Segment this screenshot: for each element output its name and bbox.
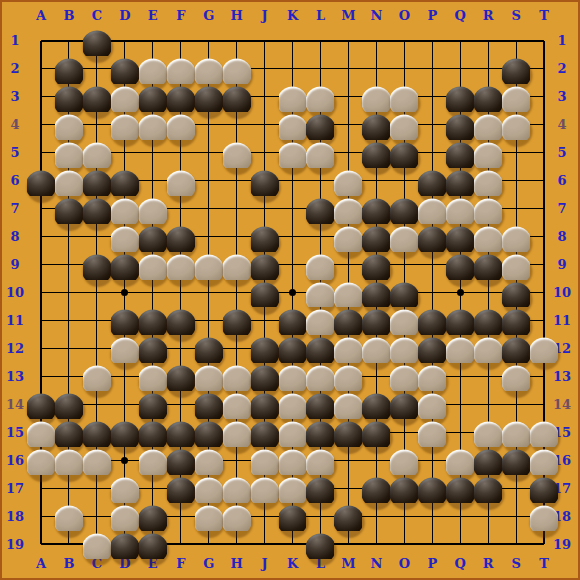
point-M18[interactable]: ●	[334, 502, 362, 530]
black-stone-M18: ●	[334, 503, 362, 531]
go-board: ●●●●●●●●●●●●●●●●●●●●●●●●●●●●●●●●●●●●●●●●…	[27, 27, 558, 558]
point-A11[interactable]	[27, 306, 55, 334]
black-stone-H3: ●	[223, 84, 251, 112]
point-J6[interactable]: ●	[251, 167, 279, 195]
point-S13[interactable]: ●	[502, 362, 530, 390]
col-label-O: O	[390, 6, 418, 24]
col-label-R: R	[474, 6, 502, 24]
col-label-M: M	[334, 6, 362, 24]
hoshi-K10	[289, 289, 296, 296]
row-label-8: 8	[551, 223, 573, 251]
col-label-P: P	[418, 6, 446, 24]
col-label-E: E	[139, 6, 167, 24]
col-label-G: G	[195, 553, 223, 573]
point-F6[interactable]: ●	[167, 167, 195, 195]
point-F4[interactable]: ●	[167, 111, 195, 139]
col-label-Q: Q	[446, 553, 474, 573]
row-label-8: 8	[4, 223, 26, 251]
row-label-9: 9	[4, 251, 26, 279]
col-label-N: N	[362, 553, 390, 573]
row-label-4: 4	[551, 111, 573, 139]
col-label-F: F	[167, 553, 195, 573]
col-label-J: J	[251, 553, 279, 573]
row-label-11: 11	[4, 307, 26, 335]
hoshi-Q10	[457, 289, 464, 296]
col-label-S: S	[502, 6, 530, 24]
point-K1[interactable]	[279, 27, 307, 55]
col-label-S: S	[502, 553, 530, 573]
hoshi-D10	[121, 289, 128, 296]
point-B11[interactable]	[55, 306, 83, 334]
col-label-N: N	[362, 6, 390, 24]
col-label-A: A	[27, 6, 55, 24]
point-P1[interactable]	[418, 27, 446, 55]
white-stone-H18: ●	[223, 503, 251, 531]
point-J1[interactable]	[251, 27, 279, 55]
black-stone-L19: ●	[306, 531, 334, 559]
col-label-D: D	[111, 6, 139, 24]
black-stone-J6: ●	[251, 168, 279, 196]
black-stone-R17: ●	[474, 475, 502, 503]
row-label-18: 18	[4, 502, 26, 530]
point-T18[interactable]: ●	[530, 502, 558, 530]
black-stone-E19: ●	[139, 531, 167, 559]
white-stone-S13: ●	[502, 363, 530, 391]
point-M1[interactable]	[334, 27, 362, 55]
col-label-H: H	[223, 6, 251, 24]
col-label-Q: Q	[446, 6, 474, 24]
point-Q1[interactable]	[446, 27, 474, 55]
point-A9[interactable]	[27, 251, 55, 279]
row-label-10: 10	[4, 279, 26, 307]
white-stone-T12: ●	[530, 335, 558, 363]
point-A12[interactable]	[27, 334, 55, 362]
point-O1[interactable]	[390, 27, 418, 55]
row-label-2: 2	[551, 55, 573, 83]
col-label-P: P	[418, 553, 446, 573]
point-N1[interactable]	[362, 27, 390, 55]
row-label-7: 7	[551, 195, 573, 223]
white-stone-T18: ●	[530, 503, 558, 531]
col-label-R: R	[474, 553, 502, 573]
col-label-T: T	[530, 6, 558, 24]
point-A10[interactable]	[27, 279, 55, 307]
col-label-K: K	[279, 6, 307, 24]
point-H18[interactable]: ●	[223, 502, 251, 530]
row-label-19: 19	[4, 530, 26, 558]
go-board-app: ABCDEFGHJKLMNOPQRST ABCDEFGHJKLMNOPQRST …	[0, 0, 580, 580]
col-label-H: H	[223, 553, 251, 573]
point-L1[interactable]	[306, 27, 334, 55]
row-label-3: 3	[4, 83, 26, 111]
point-S6[interactable]	[502, 167, 530, 195]
point-E19[interactable]: ●	[139, 530, 167, 558]
row-label-5: 5	[551, 139, 573, 167]
white-stone-C13: ●	[83, 363, 111, 391]
row-label-1: 1	[551, 27, 573, 55]
point-R17[interactable]: ●	[474, 474, 502, 502]
row-label-6: 6	[551, 167, 573, 195]
row-label-2: 2	[4, 55, 26, 83]
point-S4[interactable]: ●	[502, 111, 530, 139]
col-label-O: O	[390, 553, 418, 573]
col-label-F: F	[167, 6, 195, 24]
point-G7[interactable]	[195, 195, 223, 223]
point-H3[interactable]: ●	[223, 83, 251, 111]
white-stone-F4: ●	[167, 112, 195, 140]
point-C13[interactable]: ●	[83, 362, 111, 390]
hoshi-D16	[121, 457, 128, 464]
row-label-9: 9	[551, 251, 573, 279]
point-L19[interactable]: ●	[306, 530, 334, 558]
row-label-1: 1	[4, 27, 26, 55]
row-label-3: 3	[551, 83, 573, 111]
white-stone-F6: ●	[167, 168, 195, 196]
col-label-J: J	[251, 6, 279, 24]
row-label-4: 4	[4, 111, 26, 139]
col-label-G: G	[195, 6, 223, 24]
row-label-10: 10	[551, 279, 573, 307]
row-label-12: 12	[4, 334, 26, 362]
col-label-L: L	[307, 6, 335, 24]
col-label-M: M	[334, 553, 362, 573]
col-label-A: A	[27, 553, 55, 573]
point-T12[interactable]: ●	[530, 334, 558, 362]
white-stone-S4: ●	[502, 112, 530, 140]
